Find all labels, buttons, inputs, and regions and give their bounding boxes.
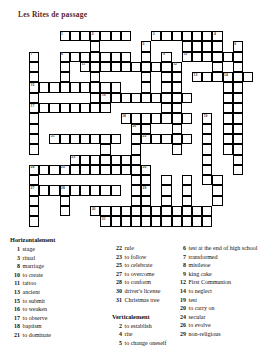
- grid-cell[interactable]: [100, 206, 110, 216]
- grid-cell[interactable]: 29: [141, 185, 151, 195]
- grid-cell[interactable]: [192, 52, 202, 62]
- grid-gap: [202, 196, 212, 206]
- grid-cell[interactable]: [161, 113, 171, 123]
- grid-cell[interactable]: [80, 134, 90, 144]
- grid-gap: [212, 134, 222, 144]
- grid-cell[interactable]: [202, 165, 212, 175]
- grid-cell[interactable]: 16: [100, 93, 110, 103]
- clue-number: 1: [61, 32, 63, 36]
- grid-gap: [70, 72, 80, 82]
- clue-item: 25to celebrate: [112, 261, 176, 270]
- grid-cell[interactable]: [111, 93, 121, 103]
- grid-cell[interactable]: [131, 175, 141, 185]
- grid-cell[interactable]: [121, 216, 131, 226]
- grid-cell[interactable]: [182, 134, 192, 144]
- grid-cell[interactable]: [161, 31, 171, 41]
- grid-cell[interactable]: [39, 165, 49, 175]
- grid-cell[interactable]: 4: [212, 31, 222, 41]
- grid-cell[interactable]: [29, 196, 39, 206]
- grid-gap: [182, 144, 192, 154]
- grid-cell[interactable]: [212, 196, 222, 206]
- grid-gap: [243, 134, 253, 144]
- grid-cell[interactable]: [100, 155, 110, 165]
- grid-cell[interactable]: [212, 185, 222, 195]
- grid-gap: [49, 72, 59, 82]
- clue-column-across: Horizontalement 1stage3ritual8marriage10…: [10, 236, 110, 340]
- grid-cell[interactable]: [80, 52, 90, 62]
- grid-gap: [121, 41, 131, 51]
- grid-cell[interactable]: 10: [182, 52, 192, 62]
- grid-cell[interactable]: 20: [131, 124, 141, 134]
- clue-item-number: 18: [10, 322, 20, 331]
- grid-cell[interactable]: [80, 155, 90, 165]
- grid-cell[interactable]: [131, 206, 141, 216]
- grid-cell[interactable]: [111, 185, 121, 195]
- grid-cell[interactable]: [182, 31, 192, 41]
- grid-cell[interactable]: 7: [29, 52, 39, 62]
- grid-cell[interactable]: [202, 134, 212, 144]
- grid-cell[interactable]: [49, 103, 59, 113]
- grid-gap: [60, 124, 70, 134]
- grid-cell[interactable]: [202, 72, 212, 82]
- grid-cell[interactable]: [90, 103, 100, 113]
- grid-cell[interactable]: [202, 31, 212, 41]
- grid-cell[interactable]: [39, 82, 49, 92]
- grid-cell[interactable]: [223, 124, 233, 134]
- grid-gap: [111, 196, 121, 206]
- grid-cell[interactable]: [233, 52, 243, 62]
- grid-cell[interactable]: 9: [161, 52, 171, 62]
- grid-cell[interactable]: [141, 113, 151, 123]
- clue-item: 6test at the end of high school: [176, 244, 266, 253]
- grid-gap: [192, 196, 202, 206]
- grid-cell[interactable]: 25: [60, 165, 70, 175]
- grid-cell[interactable]: [202, 52, 212, 62]
- grid-cell[interactable]: [29, 62, 39, 72]
- grid-cell[interactable]: 23: [70, 155, 80, 165]
- grid-cell[interactable]: [111, 31, 121, 41]
- grid-gap: [151, 185, 161, 195]
- grid-cell[interactable]: [223, 103, 233, 113]
- clue-item-text: to overcome: [122, 270, 154, 279]
- grid-cell[interactable]: [233, 113, 243, 123]
- grid-cell[interactable]: [233, 62, 243, 72]
- grid-cell[interactable]: [100, 82, 110, 92]
- grid-cell[interactable]: [161, 134, 171, 144]
- grid-cell[interactable]: 1: [60, 31, 70, 41]
- grid-cell[interactable]: [80, 185, 90, 195]
- clue-item-number: 29: [176, 330, 186, 339]
- grid-cell[interactable]: [161, 62, 171, 72]
- grid-gap: [49, 144, 59, 154]
- grid-cell[interactable]: [233, 93, 243, 103]
- grid-gap: [39, 93, 49, 103]
- clue-number: 25: [61, 165, 65, 169]
- grid-cell[interactable]: [141, 62, 151, 72]
- grid-gap: [182, 82, 192, 92]
- grid-cell[interactable]: [131, 62, 141, 72]
- clue-item-number: 23: [112, 253, 122, 262]
- grid-cell[interactable]: [182, 206, 192, 216]
- grid-cell[interactable]: [111, 62, 121, 72]
- grid-gap: [223, 31, 233, 41]
- clue-item-number: 26: [176, 321, 186, 330]
- grid-cell[interactable]: [90, 165, 100, 175]
- grid-cell[interactable]: [90, 82, 100, 92]
- clue-item-text: to observe: [20, 314, 47, 323]
- grid-gap: [233, 31, 243, 41]
- clue-item-text: rule: [122, 244, 134, 253]
- grid-cell[interactable]: [151, 62, 161, 72]
- grid-cell[interactable]: [192, 41, 202, 51]
- clue-item-text: First Communion: [186, 278, 231, 287]
- grid-cell[interactable]: [80, 103, 90, 113]
- grid-cell[interactable]: 27: [29, 185, 39, 195]
- clue-item-text: to establish: [122, 322, 152, 331]
- grid-cell[interactable]: [29, 134, 39, 144]
- grid-cell[interactable]: 26: [141, 165, 151, 175]
- grid-cell[interactable]: [233, 103, 243, 113]
- grid-cell[interactable]: [161, 93, 171, 103]
- grid-cell[interactable]: [161, 216, 171, 226]
- grid-cell[interactable]: [29, 144, 39, 154]
- grid-cell[interactable]: [29, 124, 39, 134]
- grid-cell[interactable]: [90, 93, 100, 103]
- clue-number: 23: [71, 155, 75, 159]
- grid-cell[interactable]: [29, 72, 39, 82]
- grid-cell[interactable]: [223, 134, 233, 144]
- grid-cell[interactable]: [100, 185, 110, 195]
- clue-item: 19test: [176, 296, 266, 305]
- grid-cell[interactable]: [131, 144, 141, 154]
- grid-cell[interactable]: [121, 52, 131, 62]
- grid-cell[interactable]: [49, 82, 59, 92]
- grid-cell[interactable]: [172, 216, 182, 226]
- grid-cell[interactable]: [182, 175, 192, 185]
- grid-cell[interactable]: 12: [172, 62, 182, 72]
- grid-cell[interactable]: 11: [80, 62, 90, 72]
- grid-cell[interactable]: [29, 93, 39, 103]
- clue-number: 7: [31, 52, 33, 56]
- grid-cell[interactable]: [131, 216, 141, 226]
- grid-cell[interactable]: [60, 206, 70, 216]
- grid-cell[interactable]: [151, 134, 161, 144]
- grid-gap: [202, 103, 212, 113]
- grid-gap: [223, 185, 233, 195]
- grid-cell[interactable]: [202, 144, 212, 154]
- grid-cell[interactable]: [192, 206, 202, 216]
- grid-cell[interactable]: [80, 165, 90, 175]
- grid-cell[interactable]: [70, 165, 80, 175]
- grid-gap: [151, 124, 161, 134]
- grid-cell[interactable]: [90, 134, 100, 144]
- grid-cell[interactable]: [233, 165, 243, 175]
- grid-cell[interactable]: [80, 82, 90, 92]
- grid-cell[interactable]: [182, 93, 192, 103]
- grid-cell[interactable]: [182, 185, 192, 195]
- clue-item-number: 19: [176, 296, 186, 305]
- grid-cell[interactable]: 18: [121, 113, 131, 123]
- grid-cell[interactable]: [121, 206, 131, 216]
- grid-gap: [161, 124, 171, 134]
- grid-gap: [192, 62, 202, 72]
- grid-cell[interactable]: [233, 134, 243, 144]
- grid-cell[interactable]: 31: [100, 216, 110, 226]
- grid-cell[interactable]: [100, 144, 110, 154]
- grid-cell[interactable]: [243, 72, 253, 82]
- grid-cell[interactable]: [60, 196, 70, 206]
- grid-cell[interactable]: [131, 185, 141, 195]
- grid-cell[interactable]: [172, 93, 182, 103]
- clue-item-text: to evolve: [186, 321, 211, 330]
- grid-cell[interactable]: [90, 185, 100, 195]
- grid-cell[interactable]: [233, 144, 243, 154]
- grid-cell[interactable]: [172, 124, 182, 134]
- grid-cell[interactable]: [202, 41, 212, 51]
- grid-cell[interactable]: [100, 62, 110, 72]
- clue-item-number: 3: [10, 254, 20, 263]
- grid-cell[interactable]: [151, 216, 161, 226]
- grid-cell[interactable]: [90, 72, 100, 82]
- clue-number: 17: [31, 104, 35, 108]
- grid-cell[interactable]: [172, 206, 182, 216]
- grid-cell[interactable]: [100, 52, 110, 62]
- clue-item-text: mistletoe: [186, 261, 211, 270]
- clue-item-number: 4: [112, 330, 122, 339]
- grid-gap: [70, 113, 80, 123]
- grid-cell[interactable]: [29, 206, 39, 216]
- grid-cell[interactable]: [161, 103, 171, 113]
- grid-cell[interactable]: [161, 82, 171, 92]
- grid-cell[interactable]: [111, 82, 121, 92]
- grid-cell[interactable]: [70, 134, 80, 144]
- grid-cell[interactable]: [29, 113, 39, 123]
- grid-cell[interactable]: [172, 103, 182, 113]
- clue-item-number: 10: [10, 271, 20, 280]
- grid-cell[interactable]: [111, 165, 121, 175]
- grid-cell[interactable]: [202, 216, 212, 226]
- grid-cell[interactable]: [121, 31, 131, 41]
- grid-cell[interactable]: [233, 124, 243, 134]
- grid-cell[interactable]: [172, 134, 182, 144]
- grid-cell[interactable]: [202, 155, 212, 165]
- grid-cell[interactable]: 15: [29, 82, 39, 92]
- grid-cell[interactable]: [121, 62, 131, 72]
- grid-cell[interactable]: 13: [192, 72, 202, 82]
- grid-cell[interactable]: [111, 134, 121, 144]
- grid-cell[interactable]: [90, 155, 100, 165]
- grid-gap: [212, 103, 222, 113]
- grid-cell[interactable]: [212, 62, 222, 72]
- grid-cell[interactable]: 24: [29, 165, 39, 175]
- clue-item-text: stage: [20, 245, 35, 254]
- clue-number: 13: [194, 73, 198, 77]
- grid-cell[interactable]: [141, 196, 151, 206]
- grid-cell[interactable]: [49, 165, 59, 175]
- grid-cell[interactable]: [172, 31, 182, 41]
- grid-cell[interactable]: [141, 175, 151, 185]
- clue-number: 28: [61, 186, 65, 190]
- clue-item-text: to follow: [122, 253, 146, 262]
- grid-cell[interactable]: [141, 72, 151, 82]
- grid-cell[interactable]: [192, 216, 202, 226]
- grid-gap: [182, 103, 192, 113]
- clue-number: 3: [153, 32, 155, 36]
- grid-cell[interactable]: [29, 175, 39, 185]
- grid-cell[interactable]: [223, 113, 233, 123]
- grid-cell[interactable]: [60, 72, 70, 82]
- grid-cell[interactable]: [90, 41, 100, 51]
- grid-cell[interactable]: [100, 103, 110, 113]
- grid-cell[interactable]: [151, 93, 161, 103]
- grid-cell[interactable]: [60, 134, 70, 144]
- grid-cell[interactable]: [182, 196, 192, 206]
- grid-cell[interactable]: [223, 144, 233, 154]
- grid-cell[interactable]: [100, 134, 110, 144]
- grid-cell[interactable]: [131, 134, 141, 144]
- grid-gap: [151, 52, 161, 62]
- grid-cell[interactable]: [202, 124, 212, 134]
- grid-cell[interactable]: [80, 31, 90, 41]
- grid-cell[interactable]: [111, 206, 121, 216]
- grid-cell[interactable]: [161, 175, 171, 185]
- grid-cell[interactable]: [111, 155, 121, 165]
- clue-number: 30: [92, 207, 96, 211]
- grid-cell[interactable]: [100, 31, 110, 41]
- grid-gap: [131, 72, 141, 82]
- clue-number: 10: [183, 52, 187, 56]
- grid-cell[interactable]: 28: [60, 185, 70, 195]
- grid-cell[interactable]: [192, 31, 202, 41]
- grid-cell[interactable]: [29, 216, 39, 226]
- grid-cell[interactable]: 5: [141, 41, 151, 51]
- grid-gap: [49, 196, 59, 206]
- grid-cell[interactable]: [121, 155, 131, 165]
- grid-cell[interactable]: [60, 62, 70, 72]
- grid-cell[interactable]: [100, 165, 110, 175]
- grid-cell[interactable]: [141, 93, 151, 103]
- grid-cell[interactable]: [90, 62, 100, 72]
- grid-cell[interactable]: [212, 52, 222, 62]
- grid-gap: [121, 196, 131, 206]
- clue-item: 18baptism: [10, 322, 110, 331]
- grid-cell[interactable]: 17: [29, 103, 39, 113]
- grid-cell[interactable]: [161, 196, 171, 206]
- grid-cell[interactable]: [90, 52, 100, 62]
- grid-gap: [202, 62, 212, 72]
- grid-cell[interactable]: [151, 113, 161, 123]
- grid-cell[interactable]: 8: [60, 52, 70, 62]
- grid-cell[interactable]: [131, 155, 141, 165]
- clue-item-number: 22: [112, 244, 122, 253]
- grid-cell[interactable]: [172, 82, 182, 92]
- grid-gap: [243, 196, 253, 206]
- grid-cell[interactable]: [131, 113, 141, 123]
- grid-cell[interactable]: 22: [141, 134, 151, 144]
- grid-cell[interactable]: [233, 72, 243, 82]
- grid-cell[interactable]: [182, 41, 192, 51]
- grid-cell[interactable]: [223, 93, 233, 103]
- grid-cell[interactable]: [151, 206, 161, 216]
- grid-gap: [223, 155, 233, 165]
- grid-gap: [192, 185, 202, 195]
- grid-cell[interactable]: [172, 144, 182, 154]
- clue-item: 16to weaken: [10, 305, 110, 314]
- grid-gap: [243, 165, 253, 175]
- grid-cell[interactable]: [60, 103, 70, 113]
- grid-cell[interactable]: [223, 52, 233, 62]
- grid-cell[interactable]: [223, 82, 233, 92]
- grid-cell[interactable]: [212, 175, 222, 185]
- grid-cell[interactable]: [70, 185, 80, 195]
- grid-gap: [80, 72, 90, 82]
- grid-cell[interactable]: [49, 185, 59, 195]
- grid-cell[interactable]: [202, 206, 212, 216]
- grid-cell[interactable]: 21: [49, 134, 59, 144]
- grid-cell[interactable]: [131, 93, 141, 103]
- grid-cell[interactable]: [39, 185, 49, 195]
- grid-cell[interactable]: 3: [151, 31, 161, 41]
- grid-cell[interactable]: [111, 52, 121, 62]
- grid-cell[interactable]: [182, 113, 192, 123]
- grid-cell[interactable]: [172, 72, 182, 82]
- grid-cell[interactable]: [70, 103, 80, 113]
- grid-gap: [39, 31, 49, 41]
- grid-cell[interactable]: [161, 185, 171, 195]
- grid-cell[interactable]: [182, 216, 192, 226]
- grid-cell[interactable]: [70, 52, 80, 62]
- grid-cell[interactable]: [111, 216, 121, 226]
- grid-cell[interactable]: [141, 82, 151, 92]
- grid-gap: [243, 41, 253, 51]
- grid-cell[interactable]: [212, 41, 222, 51]
- grid-cell[interactable]: [233, 82, 243, 92]
- grid-gap: [121, 175, 131, 185]
- grid-gap: [202, 185, 212, 195]
- grid-cell[interactable]: [70, 82, 80, 92]
- grid-gap: [151, 196, 161, 206]
- grid-gap: [212, 144, 222, 154]
- grid-cell[interactable]: [121, 93, 131, 103]
- grid-cell[interactable]: 30: [90, 206, 100, 216]
- clue-item-number: 2: [112, 322, 122, 331]
- grid-cell[interactable]: [60, 82, 70, 92]
- grid-cell[interactable]: 2: [90, 31, 100, 41]
- clue-item-text: king cake: [186, 270, 212, 279]
- grid-cell[interactable]: [141, 124, 151, 134]
- grid-cell[interactable]: [202, 175, 212, 185]
- clue-item: 9king cake: [176, 270, 266, 279]
- grid-cell[interactable]: [131, 165, 141, 175]
- grid-cell[interactable]: [161, 206, 171, 216]
- grid-cell[interactable]: [121, 165, 131, 175]
- grid-cell[interactable]: [141, 216, 151, 226]
- grid-cell[interactable]: 19: [202, 113, 212, 123]
- grid-cell[interactable]: [161, 72, 171, 82]
- grid-cell[interactable]: [39, 103, 49, 113]
- clue-number: 26: [143, 165, 147, 169]
- grid-cell[interactable]: [233, 155, 243, 165]
- grid-cell[interactable]: [131, 196, 141, 206]
- grid-cell[interactable]: [141, 206, 151, 216]
- grid-cell[interactable]: [212, 72, 222, 82]
- grid-cell[interactable]: [70, 31, 80, 41]
- grid-cell[interactable]: [172, 113, 182, 123]
- grid-cell[interactable]: 14: [223, 72, 233, 82]
- grid-cell[interactable]: [141, 52, 151, 62]
- grid-gap: [243, 93, 253, 103]
- grid-cell[interactable]: 6: [233, 41, 243, 51]
